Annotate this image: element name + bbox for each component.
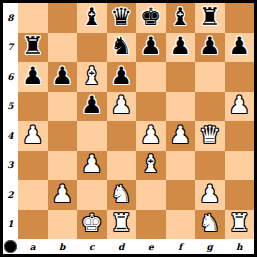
square-a5[interactable] [18, 92, 48, 122]
black-pawn[interactable]: ♟ [199, 34, 221, 58]
white-pawn[interactable]: ♟ [22, 123, 44, 147]
square-b5[interactable] [48, 92, 78, 122]
white-bishop[interactable]: ♝ [81, 64, 103, 88]
square-b8[interactable] [48, 3, 78, 33]
rank-label-1: 1 [3, 210, 18, 240]
rank-label-6: 6 [3, 62, 18, 92]
white-queen[interactable]: ♛ [199, 123, 221, 147]
white-rook[interactable]: ♜ [228, 211, 250, 235]
chess-board: 8♝♛♚♝♜7♜♞♟♟♟♟6♟♟♝♟5♟♟♟4♟♟♟♛3♟♝2♟♞♟1♚♜♞♜a… [3, 3, 254, 254]
black-knight[interactable]: ♞ [110, 34, 132, 58]
file-label-f: f [166, 239, 196, 254]
file-label-d: d [107, 239, 137, 254]
square-a3[interactable] [18, 151, 48, 181]
white-bishop[interactable]: ♝ [140, 152, 162, 176]
square-b2[interactable]: ♟ [48, 180, 78, 210]
square-f2[interactable] [166, 180, 196, 210]
square-e7[interactable]: ♟ [136, 33, 166, 63]
black-pawn[interactable]: ♟ [140, 34, 162, 58]
square-g2[interactable]: ♟ [195, 180, 225, 210]
square-a7[interactable]: ♜ [18, 33, 48, 63]
square-d2[interactable]: ♞ [107, 180, 137, 210]
square-d1[interactable]: ♜ [107, 210, 137, 240]
square-b1[interactable] [48, 210, 78, 240]
rank-label-3: 3 [3, 151, 18, 181]
square-d7[interactable]: ♞ [107, 33, 137, 63]
white-pawn[interactable]: ♟ [140, 123, 162, 147]
square-f4[interactable]: ♟ [166, 121, 196, 151]
square-b4[interactable] [48, 121, 78, 151]
square-f8[interactable]: ♝ [166, 3, 196, 33]
square-g3[interactable] [195, 151, 225, 181]
square-h7[interactable]: ♟ [225, 33, 255, 63]
white-pawn[interactable]: ♟ [228, 93, 250, 117]
black-rook[interactable]: ♜ [199, 5, 221, 29]
square-e2[interactable] [136, 180, 166, 210]
black-bishop[interactable]: ♝ [169, 5, 191, 29]
square-e1[interactable] [136, 210, 166, 240]
square-f1[interactable] [166, 210, 196, 240]
black-king[interactable]: ♚ [140, 5, 162, 29]
black-pawn[interactable]: ♟ [22, 64, 44, 88]
square-d6[interactable]: ♟ [107, 62, 137, 92]
square-g1[interactable]: ♞ [195, 210, 225, 240]
square-a6[interactable]: ♟ [18, 62, 48, 92]
rank-label-2: 2 [3, 180, 18, 210]
white-pawn[interactable]: ♟ [199, 182, 221, 206]
black-queen[interactable]: ♛ [110, 5, 132, 29]
file-label-e: e [136, 239, 166, 254]
rank-label-4: 4 [3, 121, 18, 151]
square-a4[interactable]: ♟ [18, 121, 48, 151]
square-g8[interactable]: ♜ [195, 3, 225, 33]
white-pawn[interactable]: ♟ [169, 123, 191, 147]
black-bishop[interactable]: ♝ [81, 5, 103, 29]
square-d3[interactable] [107, 151, 137, 181]
square-c4[interactable] [77, 121, 107, 151]
white-knight[interactable]: ♞ [199, 211, 221, 235]
square-h1[interactable]: ♜ [225, 210, 255, 240]
square-e6[interactable] [136, 62, 166, 92]
white-king[interactable]: ♚ [81, 211, 103, 235]
square-d4[interactable] [107, 121, 137, 151]
file-label-c: c [77, 239, 107, 254]
square-h5[interactable]: ♟ [225, 92, 255, 122]
square-f5[interactable] [166, 92, 196, 122]
chess-diagram-frame: 8♝♛♚♝♜7♜♞♟♟♟♟6♟♟♝♟5♟♟♟4♟♟♟♛3♟♝2♟♞♟1♚♜♞♜a… [0, 0, 257, 257]
white-pawn[interactable]: ♟ [51, 182, 73, 206]
black-pawn[interactable]: ♟ [228, 34, 250, 58]
square-h6[interactable] [225, 62, 255, 92]
black-pawn[interactable]: ♟ [169, 34, 191, 58]
square-h2[interactable] [225, 180, 255, 210]
black-pawn[interactable]: ♟ [81, 93, 103, 117]
white-knight[interactable]: ♞ [110, 182, 132, 206]
rank-label-7: 7 [3, 33, 18, 63]
square-g5[interactable] [195, 92, 225, 122]
square-e3[interactable]: ♝ [136, 151, 166, 181]
square-a1[interactable] [18, 210, 48, 240]
square-a8[interactable] [18, 3, 48, 33]
square-c7[interactable] [77, 33, 107, 63]
square-h4[interactable] [225, 121, 255, 151]
white-pawn[interactable]: ♟ [81, 152, 103, 176]
square-c6[interactable]: ♝ [77, 62, 107, 92]
square-c1[interactable]: ♚ [77, 210, 107, 240]
rank-label-8: 8 [3, 3, 18, 33]
square-c3[interactable]: ♟ [77, 151, 107, 181]
white-pawn[interactable]: ♟ [110, 93, 132, 117]
square-b3[interactable] [48, 151, 78, 181]
file-label-h: h [225, 239, 255, 254]
black-pawn[interactable]: ♟ [51, 64, 73, 88]
square-b7[interactable] [48, 33, 78, 63]
file-label-b: b [48, 239, 78, 254]
square-e5[interactable] [136, 92, 166, 122]
square-e8[interactable]: ♚ [136, 3, 166, 33]
black-rook[interactable]: ♜ [22, 34, 44, 58]
square-c5[interactable]: ♟ [77, 92, 107, 122]
square-g7[interactable]: ♟ [195, 33, 225, 63]
square-d8[interactable]: ♛ [107, 3, 137, 33]
square-b6[interactable]: ♟ [48, 62, 78, 92]
square-c2[interactable] [77, 180, 107, 210]
square-f3[interactable] [166, 151, 196, 181]
square-g6[interactable] [195, 62, 225, 92]
square-d5[interactable]: ♟ [107, 92, 137, 122]
file-label-g: g [195, 239, 225, 254]
turn-indicator [3, 239, 18, 254]
square-h8[interactable] [225, 3, 255, 33]
file-label-a: a [18, 239, 48, 254]
square-c8[interactable]: ♝ [77, 3, 107, 33]
square-f6[interactable] [166, 62, 196, 92]
white-rook[interactable]: ♜ [110, 211, 132, 235]
black-to-move-dot [4, 240, 17, 253]
square-f7[interactable]: ♟ [166, 33, 196, 63]
square-g4[interactable]: ♛ [195, 121, 225, 151]
square-h3[interactable] [225, 151, 255, 181]
rank-label-5: 5 [3, 92, 18, 122]
square-a2[interactable] [18, 180, 48, 210]
black-pawn[interactable]: ♟ [110, 64, 132, 88]
square-e4[interactable]: ♟ [136, 121, 166, 151]
